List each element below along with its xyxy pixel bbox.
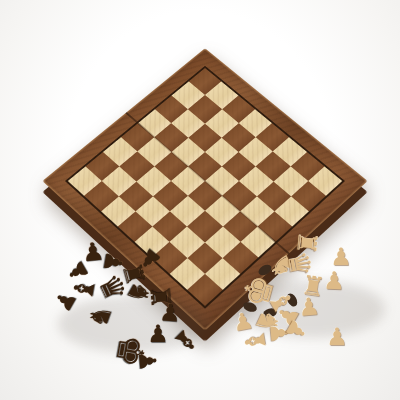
product-photo-stage: ♟♟♜♟♝♛♞♜♟♟♞♟♚♝♟♟♜♟♞♛♟♜♚♝♟♞♟♟♟♟♝♟ (0, 0, 400, 400)
chess-piece-dark-pawn: ♟ (147, 322, 169, 346)
chess-piece-light-pawn: ♟ (330, 245, 352, 269)
chess-piece-dark-knight: ♞ (84, 301, 116, 332)
chess-piece-dark-pawn: ♟ (135, 350, 160, 373)
off-board-pieces-layer: ♟♟♜♟♝♛♞♜♟♟♞♟♚♝♟♟♜♟♞♛♟♜♚♝♟♞♟♟♟♟♝♟ (0, 0, 400, 400)
chess-piece-light-pawn: ♟ (326, 325, 348, 349)
chess-piece-light-bishop: ♝ (240, 327, 271, 356)
chess-piece-dark-bishop: ♝ (168, 323, 204, 359)
